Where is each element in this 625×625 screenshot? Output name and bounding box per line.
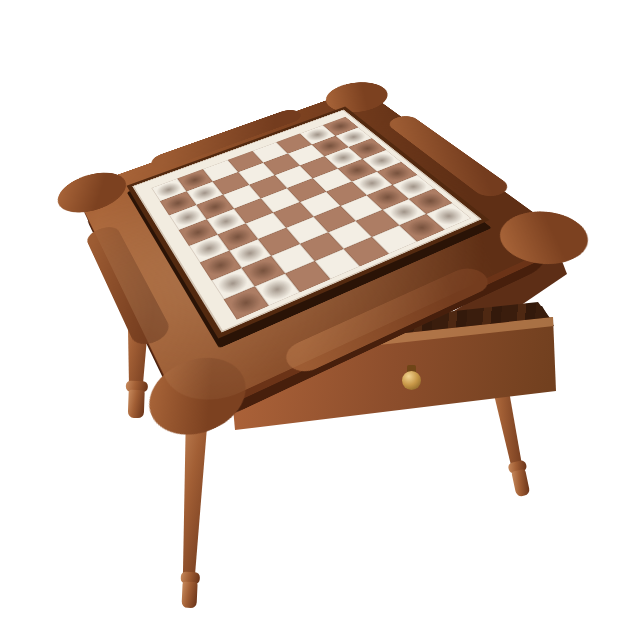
leg-foot (128, 390, 145, 419)
leg-foot (511, 469, 530, 497)
piece-glyph: ♟ (398, 176, 445, 228)
piece-glyph: ♜ (216, 235, 277, 303)
knob-ball (402, 371, 421, 390)
leg-foot (182, 582, 198, 609)
chess-table-photo: ♜♞♝♛♚♝♞♜♟♟♟♟♟♟♟♟♟♟♟♟♟♟♟♟♜♞♝♛♚♝♞♜ (0, 0, 625, 625)
drawer-knob[interactable] (399, 363, 423, 391)
leg-shaft (168, 415, 219, 577)
